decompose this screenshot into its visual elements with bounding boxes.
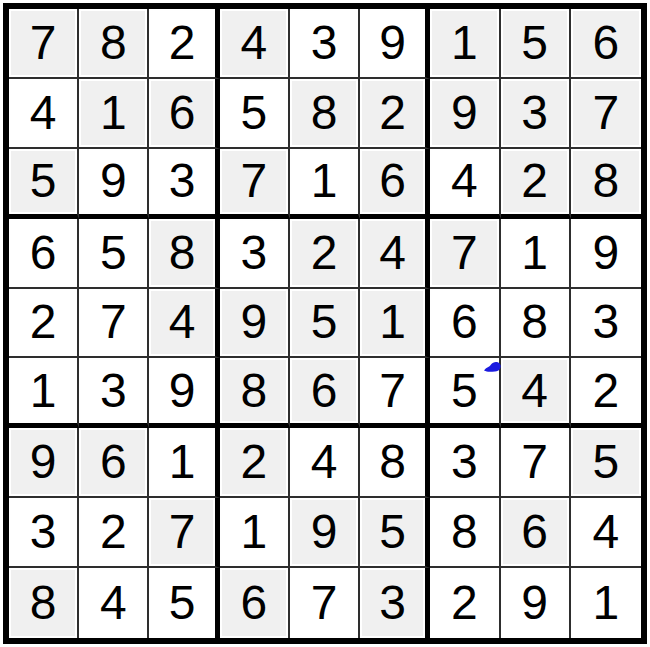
sudoku-cell-r2c5[interactable]: 8 [290,79,360,149]
sudoku-cell-r1c7[interactable]: 1 [430,9,500,79]
sudoku-cell-r3c4[interactable]: 7 [220,149,290,219]
sudoku-cell-r3c1[interactable]: 5 [9,149,79,219]
sudoku-cell-r9c8[interactable]: 9 [501,568,571,638]
sudoku-cell-r3c3[interactable]: 3 [149,149,219,219]
sudoku-cell-r5c6[interactable]: 1 [360,289,430,359]
sudoku-cell-r8c8[interactable]: 6 [501,498,571,568]
sudoku-cell-r9c2[interactable]: 4 [79,568,149,638]
sudoku-cell-r6c8[interactable]: 4 [501,358,571,428]
sudoku-cell-r1c8[interactable]: 5 [501,9,571,79]
sudoku-cell-r7c4[interactable]: 2 [220,428,290,498]
sudoku-cell-r5c2[interactable]: 7 [79,289,149,359]
sudoku-cell-r6c4[interactable]: 8 [220,358,290,428]
sudoku-cell-r9c3[interactable]: 5 [149,568,219,638]
sudoku-cell-r1c2[interactable]: 8 [79,9,149,79]
sudoku-cell-r8c4[interactable]: 1 [220,498,290,568]
sudoku-cell-r3c8[interactable]: 2 [501,149,571,219]
sudoku-cell-r2c7[interactable]: 9 [430,79,500,149]
sudoku-cell-r2c9[interactable]: 7 [571,79,641,149]
sudoku-cell-r1c5[interactable]: 3 [290,9,360,79]
sudoku-board: 7824391564165829375937164286583247192749… [9,9,641,638]
sudoku-cell-r8c5[interactable]: 9 [290,498,360,568]
sudoku-cell-r1c1[interactable]: 7 [9,9,79,79]
sudoku-cell-r3c6[interactable]: 6 [360,149,430,219]
sudoku-cell-r5c1[interactable]: 2 [9,289,79,359]
sudoku-cell-r4c7[interactable]: 7 [430,219,500,289]
sudoku-cell-r4c5[interactable]: 2 [290,219,360,289]
sudoku-cell-r6c9[interactable]: 2 [571,358,641,428]
sudoku-cell-r2c2[interactable]: 1 [79,79,149,149]
sudoku-cell-r7c3[interactable]: 1 [149,428,219,498]
sudoku-cell-r7c1[interactable]: 9 [9,428,79,498]
sudoku-cell-r5c4[interactable]: 9 [220,289,290,359]
sudoku-cell-r2c1[interactable]: 4 [9,79,79,149]
sudoku-board-frame: 7824391564165829375937164286583247192749… [3,3,647,644]
sudoku-cell-r9c4[interactable]: 6 [220,568,290,638]
sudoku-cell-r7c9[interactable]: 5 [571,428,641,498]
sudoku-cell-r3c5[interactable]: 1 [290,149,360,219]
sudoku-cell-r6c6[interactable]: 7 [360,358,430,428]
sudoku-cell-r5c8[interactable]: 8 [501,289,571,359]
sudoku-cell-r3c2[interactable]: 9 [79,149,149,219]
sudoku-cell-r6c3[interactable]: 9 [149,358,219,428]
sudoku-cell-r9c9[interactable]: 1 [571,568,641,638]
sudoku-cell-r1c3[interactable]: 2 [149,9,219,79]
sudoku-cell-r8c6[interactable]: 5 [360,498,430,568]
sudoku-cell-r5c9[interactable]: 3 [571,289,641,359]
sudoku-cell-r7c6[interactable]: 8 [360,428,430,498]
sudoku-cell-r2c4[interactable]: 5 [220,79,290,149]
sudoku-cell-r2c3[interactable]: 6 [149,79,219,149]
sudoku-cell-r8c9[interactable]: 4 [571,498,641,568]
sudoku-cell-r4c2[interactable]: 5 [79,219,149,289]
sudoku-cell-r4c3[interactable]: 8 [149,219,219,289]
sudoku-cell-r7c2[interactable]: 6 [79,428,149,498]
sudoku-cell-r8c3[interactable]: 7 [149,498,219,568]
sudoku-cell-r6c1[interactable]: 1 [9,358,79,428]
sudoku-cell-r8c7[interactable]: 8 [430,498,500,568]
sudoku-cell-r5c5[interactable]: 5 [290,289,360,359]
sudoku-cell-r9c7[interactable]: 2 [430,568,500,638]
sudoku-cell-r4c6[interactable]: 4 [360,219,430,289]
sudoku-cell-r5c7[interactable]: 6 [430,289,500,359]
sudoku-cell-r4c9[interactable]: 9 [571,219,641,289]
sudoku-cell-r4c1[interactable]: 6 [9,219,79,289]
sudoku-cell-r9c1[interactable]: 8 [9,568,79,638]
sudoku-cell-r7c8[interactable]: 7 [501,428,571,498]
sudoku-cell-r7c5[interactable]: 4 [290,428,360,498]
sudoku-cell-r9c5[interactable]: 7 [290,568,360,638]
sudoku-cell-r4c4[interactable]: 3 [220,219,290,289]
sudoku-cell-r3c9[interactable]: 8 [571,149,641,219]
sudoku-cell-r6c7[interactable]: 5 [430,358,500,428]
sudoku-cell-r9c6[interactable]: 3 [360,568,430,638]
sudoku-cell-r4c8[interactable]: 1 [501,219,571,289]
sudoku-cell-r5c3[interactable]: 4 [149,289,219,359]
sudoku-cell-r6c5[interactable]: 6 [290,358,360,428]
sudoku-cell-r8c1[interactable]: 3 [9,498,79,568]
sudoku-cell-r1c4[interactable]: 4 [220,9,290,79]
sudoku-cell-r2c8[interactable]: 3 [501,79,571,149]
sudoku-cell-r6c2[interactable]: 3 [79,358,149,428]
sudoku-cell-r1c9[interactable]: 6 [571,9,641,79]
sudoku-cell-r1c6[interactable]: 9 [360,9,430,79]
sudoku-cell-r7c7[interactable]: 3 [430,428,500,498]
sudoku-cell-r3c7[interactable]: 4 [430,149,500,219]
sudoku-cell-r2c6[interactable]: 2 [360,79,430,149]
sudoku-cell-r8c2[interactable]: 2 [79,498,149,568]
